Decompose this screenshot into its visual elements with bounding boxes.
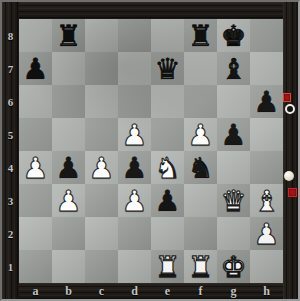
file-label-b: b xyxy=(52,283,85,299)
square-a1[interactable] xyxy=(19,250,52,283)
square-g5[interactable]: ♟ xyxy=(217,118,250,151)
file-label-a: a xyxy=(19,283,52,299)
square-e3[interactable]: ♟ xyxy=(151,184,184,217)
file-label-c: c xyxy=(85,283,118,299)
file-label-h: h xyxy=(250,283,283,299)
rank-label-1: 1 xyxy=(2,250,19,283)
red-led-icon xyxy=(283,93,291,102)
black-pawn[interactable]: ♟ xyxy=(250,85,283,118)
square-d1[interactable] xyxy=(118,250,151,283)
file-label-e: e xyxy=(151,283,184,299)
square-f8[interactable]: ♜ xyxy=(184,19,217,52)
square-g6[interactable] xyxy=(217,85,250,118)
black-pawn[interactable]: ♟ xyxy=(118,151,151,184)
square-g4[interactable] xyxy=(217,151,250,184)
square-h4[interactable] xyxy=(250,151,283,184)
file-labels: abcdefgh xyxy=(19,283,283,299)
square-c8[interactable] xyxy=(85,19,118,52)
square-f5[interactable]: ♟ xyxy=(184,118,217,151)
rank-labels: 87654321 xyxy=(2,19,19,283)
rank-label-7: 7 xyxy=(2,52,19,85)
rank-label-8: 8 xyxy=(2,19,19,52)
square-e6[interactable] xyxy=(151,85,184,118)
square-f4[interactable]: ♞ xyxy=(184,151,217,184)
square-f2[interactable] xyxy=(184,217,217,250)
square-g7[interactable]: ♝ xyxy=(217,52,250,85)
square-a8[interactable] xyxy=(19,19,52,52)
chessboard[interactable]: ♜♜♚♟♛♝♟♟♟♟♟♟♟♟♞♞♟♟♟♛♝♟♜♜♚ xyxy=(19,19,283,283)
square-f3[interactable] xyxy=(184,184,217,217)
red-led-icon xyxy=(288,188,297,197)
white-pawn[interactable]: ♟ xyxy=(85,151,118,184)
square-g1[interactable]: ♚ xyxy=(217,250,250,283)
square-e4[interactable]: ♞ xyxy=(151,151,184,184)
square-c6[interactable] xyxy=(85,85,118,118)
square-g2[interactable] xyxy=(217,217,250,250)
black-bishop[interactable]: ♝ xyxy=(217,52,250,85)
square-e7[interactable]: ♛ xyxy=(151,52,184,85)
chess-app-window: ♜♜♚♟♛♝♟♟♟♟♟♟♟♟♞♞♟♟♟♛♝♟♜♜♚ 87654321 abcde… xyxy=(0,0,300,301)
square-c5[interactable] xyxy=(85,118,118,151)
white-pawn[interactable]: ♟ xyxy=(184,118,217,151)
square-b8[interactable]: ♜ xyxy=(52,19,85,52)
rank-label-5: 5 xyxy=(2,118,19,151)
white-ball-indicator-icon xyxy=(284,171,294,181)
square-b5[interactable] xyxy=(52,118,85,151)
square-f1[interactable]: ♜ xyxy=(184,250,217,283)
white-bishop[interactable]: ♝ xyxy=(250,184,283,217)
square-h2[interactable]: ♟ xyxy=(250,217,283,250)
square-d5[interactable]: ♟ xyxy=(118,118,151,151)
black-queen[interactable]: ♛ xyxy=(151,52,184,85)
square-h3[interactable]: ♝ xyxy=(250,184,283,217)
square-d2[interactable] xyxy=(118,217,151,250)
square-d3[interactable]: ♟ xyxy=(118,184,151,217)
square-e8[interactable] xyxy=(151,19,184,52)
black-rook[interactable]: ♜ xyxy=(52,19,85,52)
square-h8[interactable] xyxy=(250,19,283,52)
square-a6[interactable] xyxy=(19,85,52,118)
board-frame-top xyxy=(2,2,298,19)
square-b3[interactable]: ♟ xyxy=(52,184,85,217)
square-h5[interactable] xyxy=(250,118,283,151)
square-a7[interactable]: ♟ xyxy=(19,52,52,85)
square-b4[interactable]: ♟ xyxy=(52,151,85,184)
square-d4[interactable]: ♟ xyxy=(118,151,151,184)
board-frame-right xyxy=(283,2,298,299)
white-rook[interactable]: ♜ xyxy=(184,250,217,283)
square-f6[interactable] xyxy=(184,85,217,118)
black-pawn[interactable]: ♟ xyxy=(19,52,52,85)
square-d7[interactable] xyxy=(118,52,151,85)
white-pawn[interactable]: ♟ xyxy=(19,151,52,184)
white-pawn[interactable]: ♟ xyxy=(52,184,85,217)
square-g8[interactable]: ♚ xyxy=(217,19,250,52)
file-label-g: g xyxy=(217,283,250,299)
square-c1[interactable] xyxy=(85,250,118,283)
white-pawn[interactable]: ♟ xyxy=(118,184,151,217)
black-rook[interactable]: ♜ xyxy=(184,19,217,52)
square-h1[interactable] xyxy=(250,250,283,283)
square-b1[interactable] xyxy=(52,250,85,283)
square-d6[interactable] xyxy=(118,85,151,118)
square-g3[interactable]: ♛ xyxy=(217,184,250,217)
black-pawn[interactable]: ♟ xyxy=(151,184,184,217)
square-b7[interactable] xyxy=(52,52,85,85)
black-pawn[interactable]: ♟ xyxy=(52,151,85,184)
square-h7[interactable] xyxy=(250,52,283,85)
rank-label-3: 3 xyxy=(2,184,19,217)
black-king[interactable]: ♚ xyxy=(217,19,250,52)
white-pawn[interactable]: ♟ xyxy=(250,217,283,250)
black-knight[interactable]: ♞ xyxy=(184,151,217,184)
white-king[interactable]: ♚ xyxy=(217,250,250,283)
square-a5[interactable] xyxy=(19,118,52,151)
rank-label-2: 2 xyxy=(2,217,19,250)
square-e2[interactable] xyxy=(151,217,184,250)
white-knight[interactable]: ♞ xyxy=(151,151,184,184)
square-c2[interactable] xyxy=(85,217,118,250)
square-d8[interactable] xyxy=(118,19,151,52)
black-pawn[interactable]: ♟ xyxy=(217,118,250,151)
square-a3[interactable] xyxy=(19,184,52,217)
square-b6[interactable] xyxy=(52,85,85,118)
ring-indicator-icon xyxy=(285,104,295,114)
square-b2[interactable] xyxy=(52,217,85,250)
square-c3[interactable] xyxy=(85,184,118,217)
square-c4[interactable]: ♟ xyxy=(85,151,118,184)
rank-label-4: 4 xyxy=(2,151,19,184)
rank-label-6: 6 xyxy=(2,85,19,118)
square-f7[interactable] xyxy=(184,52,217,85)
white-rook[interactable]: ♜ xyxy=(151,250,184,283)
square-e1[interactable]: ♜ xyxy=(151,250,184,283)
square-a4[interactable]: ♟ xyxy=(19,151,52,184)
square-c7[interactable] xyxy=(85,52,118,85)
square-e5[interactable] xyxy=(151,118,184,151)
square-h6[interactable]: ♟ xyxy=(250,85,283,118)
file-label-d: d xyxy=(118,283,151,299)
white-pawn[interactable]: ♟ xyxy=(118,118,151,151)
square-a2[interactable] xyxy=(19,217,52,250)
white-queen[interactable]: ♛ xyxy=(217,184,250,217)
file-label-f: f xyxy=(184,283,217,299)
